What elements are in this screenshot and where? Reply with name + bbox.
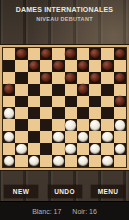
app-title: DAMES INTERNATIONALES (16, 6, 113, 13)
board-square (3, 48, 15, 60)
board-square[interactable] (114, 48, 126, 60)
board-square (28, 72, 40, 84)
white-piece[interactable] (53, 132, 63, 142)
board-square (77, 119, 89, 131)
board-square (114, 60, 126, 72)
board-square[interactable] (101, 155, 113, 167)
black-piece[interactable] (29, 61, 39, 71)
board-square (89, 60, 101, 72)
white-piece[interactable] (65, 120, 75, 130)
board-square[interactable] (89, 48, 101, 60)
white-piece-count: Blanc: 17 (32, 208, 61, 215)
status-bar: Blanc: 17 Noir: 16 (0, 201, 129, 220)
board-square (77, 48, 89, 60)
board-square (65, 131, 77, 143)
board-square[interactable] (114, 119, 126, 131)
board-square (101, 96, 113, 108)
board-square (40, 107, 52, 119)
board-square (89, 155, 101, 167)
board-square (101, 143, 113, 155)
board-square[interactable] (40, 119, 52, 131)
white-piece[interactable] (90, 120, 100, 130)
board-square[interactable] (40, 96, 52, 108)
board-square[interactable] (77, 60, 89, 72)
board-square (65, 60, 77, 72)
board-square (28, 119, 40, 131)
white-piece[interactable] (102, 156, 112, 166)
board-square[interactable] (101, 131, 113, 143)
board (2, 47, 127, 168)
board-square[interactable] (89, 119, 101, 131)
board-square (114, 155, 126, 167)
board-square[interactable] (15, 96, 27, 108)
board-square[interactable] (101, 60, 113, 72)
board-square (40, 60, 52, 72)
white-piece[interactable] (115, 144, 125, 154)
board-square (3, 143, 15, 155)
black-piece[interactable] (90, 73, 100, 83)
board-square (28, 96, 40, 108)
board-square[interactable] (52, 84, 64, 96)
board-square (52, 96, 64, 108)
board-square[interactable] (77, 131, 89, 143)
board-square (101, 48, 113, 60)
board-square (40, 131, 52, 143)
white-piece[interactable] (29, 156, 39, 166)
board-square (15, 84, 27, 96)
new-button[interactable]: NEW (4, 185, 38, 198)
black-piece[interactable] (115, 49, 125, 59)
board-square (28, 48, 40, 60)
white-piece[interactable] (16, 144, 26, 154)
board-square[interactable] (3, 155, 15, 167)
board-square (3, 119, 15, 131)
board-square (15, 60, 27, 72)
board-square (101, 72, 113, 84)
board-square[interactable] (3, 84, 15, 96)
board-square[interactable] (28, 60, 40, 72)
white-piece[interactable] (4, 132, 14, 142)
board-square (52, 119, 64, 131)
board-square[interactable] (3, 131, 15, 143)
board-square[interactable] (28, 107, 40, 119)
undo-button[interactable]: UNDO (48, 185, 82, 198)
board-square[interactable] (15, 143, 27, 155)
board-square[interactable] (28, 131, 40, 143)
header: DAMES INTERNATIONALES NIVEAU DEBUTANT (0, 0, 129, 44)
board-square (3, 96, 15, 108)
board-square[interactable] (114, 72, 126, 84)
board-square[interactable] (3, 107, 15, 119)
board-square (40, 155, 52, 167)
black-piece[interactable] (53, 61, 63, 71)
board-square (114, 107, 126, 119)
board-square[interactable] (52, 155, 64, 167)
white-piece[interactable] (65, 144, 75, 154)
black-piece[interactable] (115, 96, 125, 106)
board-square[interactable] (77, 107, 89, 119)
white-piece[interactable] (102, 132, 112, 142)
board-square (40, 84, 52, 96)
menu-button[interactable]: MENU (91, 185, 125, 198)
board-square[interactable] (40, 72, 52, 84)
board-square (15, 107, 27, 119)
board-square[interactable] (40, 143, 52, 155)
black-piece[interactable] (65, 73, 75, 83)
black-piece[interactable] (41, 49, 51, 59)
board-square (101, 119, 113, 131)
white-piece[interactable] (115, 120, 125, 130)
board-square[interactable] (114, 143, 126, 155)
white-piece[interactable] (4, 108, 14, 118)
board-square[interactable] (89, 96, 101, 108)
board-square (89, 131, 101, 143)
board-square (114, 131, 126, 143)
board-square (3, 72, 15, 84)
board-square (52, 143, 64, 155)
black-piece[interactable] (41, 73, 51, 83)
board-square (52, 72, 64, 84)
board-square (15, 131, 27, 143)
board-square[interactable] (28, 155, 40, 167)
board-square[interactable] (15, 48, 27, 60)
board-square[interactable] (52, 131, 64, 143)
button-bar: NEW UNDO MENU (0, 171, 129, 201)
board-square[interactable] (15, 72, 27, 84)
black-piece-count: Noir: 16 (72, 208, 97, 215)
board-square (65, 84, 77, 96)
board-square[interactable] (65, 96, 77, 108)
board-square[interactable] (65, 143, 77, 155)
white-piece[interactable] (4, 156, 14, 166)
difficulty-label: NIVEAU DEBUTANT (36, 16, 93, 22)
black-piece[interactable] (4, 84, 14, 94)
board-square[interactable] (40, 48, 52, 60)
board-square[interactable] (15, 119, 27, 131)
board-square[interactable] (77, 155, 89, 167)
board-square (77, 72, 89, 84)
board-square[interactable] (65, 72, 77, 84)
board-square (77, 143, 89, 155)
board-square (89, 107, 101, 119)
black-piece[interactable] (78, 61, 88, 71)
board-square[interactable] (101, 107, 113, 119)
board-square[interactable] (89, 143, 101, 155)
white-piece[interactable] (78, 156, 88, 166)
board-square[interactable] (89, 72, 101, 84)
black-piece[interactable] (115, 73, 125, 83)
black-piece[interactable] (65, 49, 75, 59)
black-piece[interactable] (16, 49, 26, 59)
board-square (114, 84, 126, 96)
board-square[interactable] (52, 107, 64, 119)
board-square[interactable] (28, 84, 40, 96)
board-square (15, 155, 27, 167)
board-square (28, 143, 40, 155)
board-square[interactable] (77, 84, 89, 96)
board-square[interactable] (3, 60, 15, 72)
black-piece[interactable] (102, 61, 112, 71)
board-square (65, 155, 77, 167)
white-piece[interactable] (90, 144, 100, 154)
board-square (77, 96, 89, 108)
board-square[interactable] (65, 119, 77, 131)
board-square[interactable] (52, 60, 64, 72)
board-square (52, 48, 64, 60)
board-square[interactable] (114, 96, 126, 108)
white-piece[interactable] (53, 156, 63, 166)
board-square[interactable] (65, 48, 77, 60)
board-square[interactable] (101, 84, 113, 96)
black-piece[interactable] (90, 49, 100, 59)
board-frame (0, 44, 129, 171)
black-piece[interactable] (78, 84, 88, 94)
white-piece[interactable] (78, 132, 88, 142)
board-square (89, 84, 101, 96)
board-square (65, 107, 77, 119)
app-window: DAMES INTERNATIONALES NIVEAU DEBUTANT NE… (0, 0, 129, 220)
